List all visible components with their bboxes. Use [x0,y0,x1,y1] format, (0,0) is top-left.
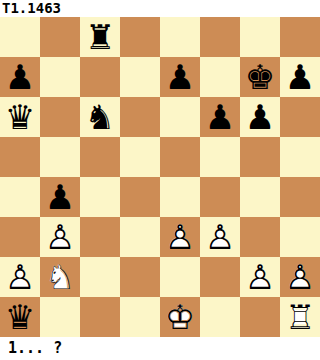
piece-white-knight-outline: ♘ [40,257,80,297]
piece-black-queen: ♛ [0,97,40,137]
square-g6[interactable]: ♟ [240,97,280,137]
square-b6[interactable] [40,97,80,137]
square-f5[interactable] [200,137,240,177]
square-e6[interactable] [160,97,200,137]
piece-white-king-outline: ♔ [160,297,200,337]
square-e7[interactable]: ♟ [160,57,200,97]
square-c7[interactable] [80,57,120,97]
square-d6[interactable] [120,97,160,137]
piece-white-pawn-outline: ♙ [160,217,200,257]
square-h3[interactable] [280,217,320,257]
square-f6[interactable]: ♟ [200,97,240,137]
square-g5[interactable] [240,137,280,177]
square-g4[interactable] [240,177,280,217]
move-prompt: 1... ? [0,337,320,360]
square-c1[interactable] [80,297,120,337]
square-a5[interactable] [0,137,40,177]
square-d5[interactable] [120,137,160,177]
square-b1[interactable] [40,297,80,337]
piece-black-knight: ♞ [80,97,120,137]
square-d4[interactable] [120,177,160,217]
square-f4[interactable] [200,177,240,217]
square-a8[interactable] [0,17,40,57]
square-h7[interactable]: ♟ [280,57,320,97]
piece-white-pawn: ♟ [160,217,200,257]
square-c2[interactable] [80,257,120,297]
piece-black-pawn: ♟ [40,177,80,217]
piece-white-knight: ♞ [40,257,80,297]
square-c3[interactable] [80,217,120,257]
square-h6[interactable] [280,97,320,137]
piece-black-pawn: ♟ [280,57,320,97]
square-f2[interactable] [200,257,240,297]
square-f3[interactable]: ♟♙ [200,217,240,257]
piece-black-queen: ♛ [0,297,40,337]
square-a1[interactable]: ♛ [0,297,40,337]
piece-white-pawn-outline: ♙ [200,217,240,257]
square-d3[interactable] [120,217,160,257]
piece-white-pawn: ♟ [40,217,80,257]
piece-white-pawn: ♟ [280,257,320,297]
square-c6[interactable]: ♞ [80,97,120,137]
square-a3[interactable] [0,217,40,257]
piece-white-pawn: ♟ [0,257,40,297]
piece-white-pawn-outline: ♙ [40,217,80,257]
chess-board: ♜♟♟♚♟♛♞♟♟♟♟♙♟♙♟♙♟♙♞♘♟♙♟♙♛♚♔♜♖ [0,17,320,337]
square-c5[interactable] [80,137,120,177]
square-a4[interactable] [0,177,40,217]
piece-white-rook-outline: ♖ [280,297,320,337]
square-h1[interactable]: ♜♖ [280,297,320,337]
piece-black-rook: ♜ [80,17,120,57]
piece-black-pawn: ♟ [240,97,280,137]
square-f1[interactable] [200,297,240,337]
square-g2[interactable]: ♟♙ [240,257,280,297]
square-h2[interactable]: ♟♙ [280,257,320,297]
square-h8[interactable] [280,17,320,57]
square-d2[interactable] [120,257,160,297]
square-f8[interactable] [200,17,240,57]
square-c8[interactable]: ♜ [80,17,120,57]
square-g1[interactable] [240,297,280,337]
square-e2[interactable] [160,257,200,297]
piece-white-pawn-outline: ♙ [280,257,320,297]
piece-white-pawn: ♟ [200,217,240,257]
piece-black-pawn: ♟ [160,57,200,97]
square-b4[interactable]: ♟ [40,177,80,217]
square-d7[interactable] [120,57,160,97]
square-e1[interactable]: ♚♔ [160,297,200,337]
square-g7[interactable]: ♚ [240,57,280,97]
piece-white-king: ♚ [160,297,200,337]
square-e8[interactable] [160,17,200,57]
square-h4[interactable] [280,177,320,217]
square-h5[interactable] [280,137,320,177]
piece-white-pawn-outline: ♙ [0,257,40,297]
piece-black-pawn: ♟ [200,97,240,137]
square-e4[interactable] [160,177,200,217]
piece-white-rook: ♜ [280,297,320,337]
piece-black-king: ♚ [240,57,280,97]
square-b5[interactable] [40,137,80,177]
square-b7[interactable] [40,57,80,97]
square-d8[interactable] [120,17,160,57]
square-g3[interactable] [240,217,280,257]
square-e3[interactable]: ♟♙ [160,217,200,257]
square-g8[interactable] [240,17,280,57]
puzzle-frame: T1.1463 ♜♟♟♚♟♛♞♟♟♟♟♙♟♙♟♙♟♙♞♘♟♙♟♙♛♚♔♜♖ 1.… [0,0,320,360]
square-d1[interactable] [120,297,160,337]
square-a6[interactable]: ♛ [0,97,40,137]
piece-white-pawn: ♟ [240,257,280,297]
square-b8[interactable] [40,17,80,57]
square-a2[interactable]: ♟♙ [0,257,40,297]
square-f7[interactable] [200,57,240,97]
piece-white-pawn-outline: ♙ [240,257,280,297]
square-a7[interactable]: ♟ [0,57,40,97]
square-b3[interactable]: ♟♙ [40,217,80,257]
square-c4[interactable] [80,177,120,217]
puzzle-title: T1.1463 [0,0,320,17]
square-b2[interactable]: ♞♘ [40,257,80,297]
square-e5[interactable] [160,137,200,177]
piece-black-pawn: ♟ [0,57,40,97]
